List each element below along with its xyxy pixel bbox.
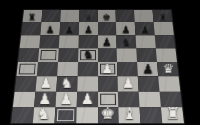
move-highlight-frame-e4	[100, 64, 116, 75]
square-d1[interactable]	[76, 107, 98, 123]
square-g8[interactable]	[134, 10, 153, 22]
square-b3[interactable]: ♟	[35, 76, 57, 91]
square-g2[interactable]	[139, 91, 161, 107]
piece-black-pawn-e6: ♟	[102, 37, 112, 48]
square-d8[interactable]: ♛	[79, 10, 98, 22]
square-e4[interactable]: ♟	[98, 62, 118, 76]
square-g5[interactable]	[136, 48, 157, 62]
square-g1[interactable]	[140, 107, 163, 123]
piece-white-rook-h1: ♜	[166, 106, 180, 122]
square-g3[interactable]	[138, 76, 160, 91]
square-f8[interactable]	[116, 10, 135, 22]
square-h6[interactable]	[155, 35, 176, 48]
chess-board: ♜♛♚♜♟♟♟♟♟♟♞♞♟♟♛♟♞♟♟♟♟♞♚♝♜	[10, 9, 185, 124]
square-d6[interactable]	[78, 35, 97, 48]
piece-black-pawn-f7: ♟	[122, 24, 131, 34]
square-f3[interactable]: ♟	[118, 76, 139, 91]
piece-white-pawn-e4: ♟	[102, 63, 113, 76]
move-highlight-frame-a4	[19, 64, 36, 75]
piece-white-pawn-b3: ♟	[40, 77, 52, 91]
piece-white-pawn-d2: ♟	[80, 91, 93, 106]
square-f4[interactable]	[117, 62, 138, 76]
piece-white-king-e1: ♚	[101, 106, 115, 122]
piece-white-pawn-b2: ♟	[38, 91, 51, 106]
square-c3[interactable]: ♞	[56, 76, 77, 91]
square-b2[interactable]: ♟	[34, 91, 56, 107]
square-e2[interactable]	[98, 91, 119, 107]
square-h3[interactable]	[158, 76, 180, 91]
square-c6[interactable]	[59, 35, 79, 48]
square-b7[interactable]: ♟	[40, 22, 60, 35]
square-e5[interactable]	[98, 48, 118, 62]
square-a2[interactable]	[13, 91, 36, 107]
square-g6[interactable]	[136, 35, 156, 48]
square-c8[interactable]	[60, 10, 79, 22]
square-a5[interactable]	[18, 48, 39, 62]
piece-white-pawn-f3: ♟	[122, 77, 134, 91]
square-f7[interactable]: ♟	[116, 22, 135, 35]
square-f1[interactable]: ♝	[119, 107, 141, 123]
piece-black-knight-f6: ♞	[122, 37, 132, 48]
square-d5[interactable]: ♞	[78, 48, 98, 62]
square-a1[interactable]	[11, 107, 34, 123]
square-c5[interactable]	[58, 48, 78, 62]
square-f6[interactable]: ♞	[117, 35, 137, 48]
piece-black-queen-d8: ♛	[84, 12, 92, 21]
piece-white-knight-c3: ♞	[60, 77, 72, 91]
piece-black-pawn-d7: ♟	[84, 24, 93, 34]
piece-black-pawn-g4: ♟	[142, 63, 153, 76]
square-b8[interactable]	[41, 10, 60, 22]
square-e6[interactable]: ♟	[98, 35, 117, 48]
square-a4[interactable]	[16, 62, 38, 76]
square-b6[interactable]	[39, 35, 59, 48]
square-a6[interactable]	[20, 35, 41, 48]
move-highlight-frame-b5	[40, 50, 56, 60]
piece-white-knight-b1: ♞	[36, 106, 50, 122]
piece-white-queen-h4: ♛	[163, 63, 174, 76]
square-b4[interactable]	[37, 62, 58, 76]
square-d2[interactable]: ♟	[76, 91, 97, 107]
square-c7[interactable]: ♟	[59, 22, 78, 35]
move-highlight-frame-e2	[100, 93, 117, 105]
square-e1[interactable]: ♚	[98, 107, 120, 123]
square-e8[interactable]: ♚	[98, 10, 117, 22]
square-h7[interactable]	[154, 22, 174, 35]
piece-black-pawn-g7: ♟	[141, 24, 150, 34]
square-g4[interactable]: ♟	[137, 62, 158, 76]
square-h8[interactable]: ♜	[153, 10, 173, 22]
piece-black-pawn-b7: ♟	[45, 24, 54, 34]
chess-app-window: ♜♛♚♜♟♟♟♟♟♟♞♞♟♟♛♟♞♟♟♟♟♞♚♝♜	[0, 0, 200, 125]
square-d7[interactable]: ♟	[78, 22, 97, 35]
square-h4[interactable]: ♛	[157, 62, 179, 76]
square-h5[interactable]	[156, 48, 177, 62]
piece-black-rook-h8: ♜	[159, 12, 167, 21]
piece-black-knight-d5: ♞	[82, 49, 93, 61]
square-c4[interactable]	[57, 62, 78, 76]
square-a8[interactable]: ♜	[23, 10, 43, 22]
square-f2[interactable]	[118, 91, 140, 107]
square-h2[interactable]	[160, 91, 183, 107]
square-a3[interactable]	[15, 76, 37, 91]
square-g7[interactable]: ♟	[135, 22, 155, 35]
square-b1[interactable]: ♞	[33, 107, 56, 123]
square-h1[interactable]: ♜	[161, 107, 184, 123]
piece-white-bishop-f1: ♝	[123, 106, 137, 122]
piece-black-pawn-c7: ♟	[64, 24, 73, 34]
move-highlight-frame-d5	[80, 50, 96, 60]
square-b5[interactable]	[38, 48, 59, 62]
piece-black-king-e8: ♚	[103, 12, 111, 21]
square-d3[interactable]	[77, 76, 98, 91]
square-e3[interactable]	[98, 76, 119, 91]
square-c1[interactable]	[54, 107, 76, 123]
piece-black-rook-a8: ♜	[28, 12, 36, 21]
square-d4[interactable]	[77, 62, 97, 76]
piece-white-pawn-c2: ♟	[59, 91, 72, 106]
square-a7[interactable]	[21, 22, 41, 35]
move-highlight-frame-c1	[57, 109, 75, 121]
square-e7[interactable]	[98, 22, 117, 35]
square-c2[interactable]: ♟	[55, 91, 77, 107]
square-f5[interactable]	[117, 48, 137, 62]
